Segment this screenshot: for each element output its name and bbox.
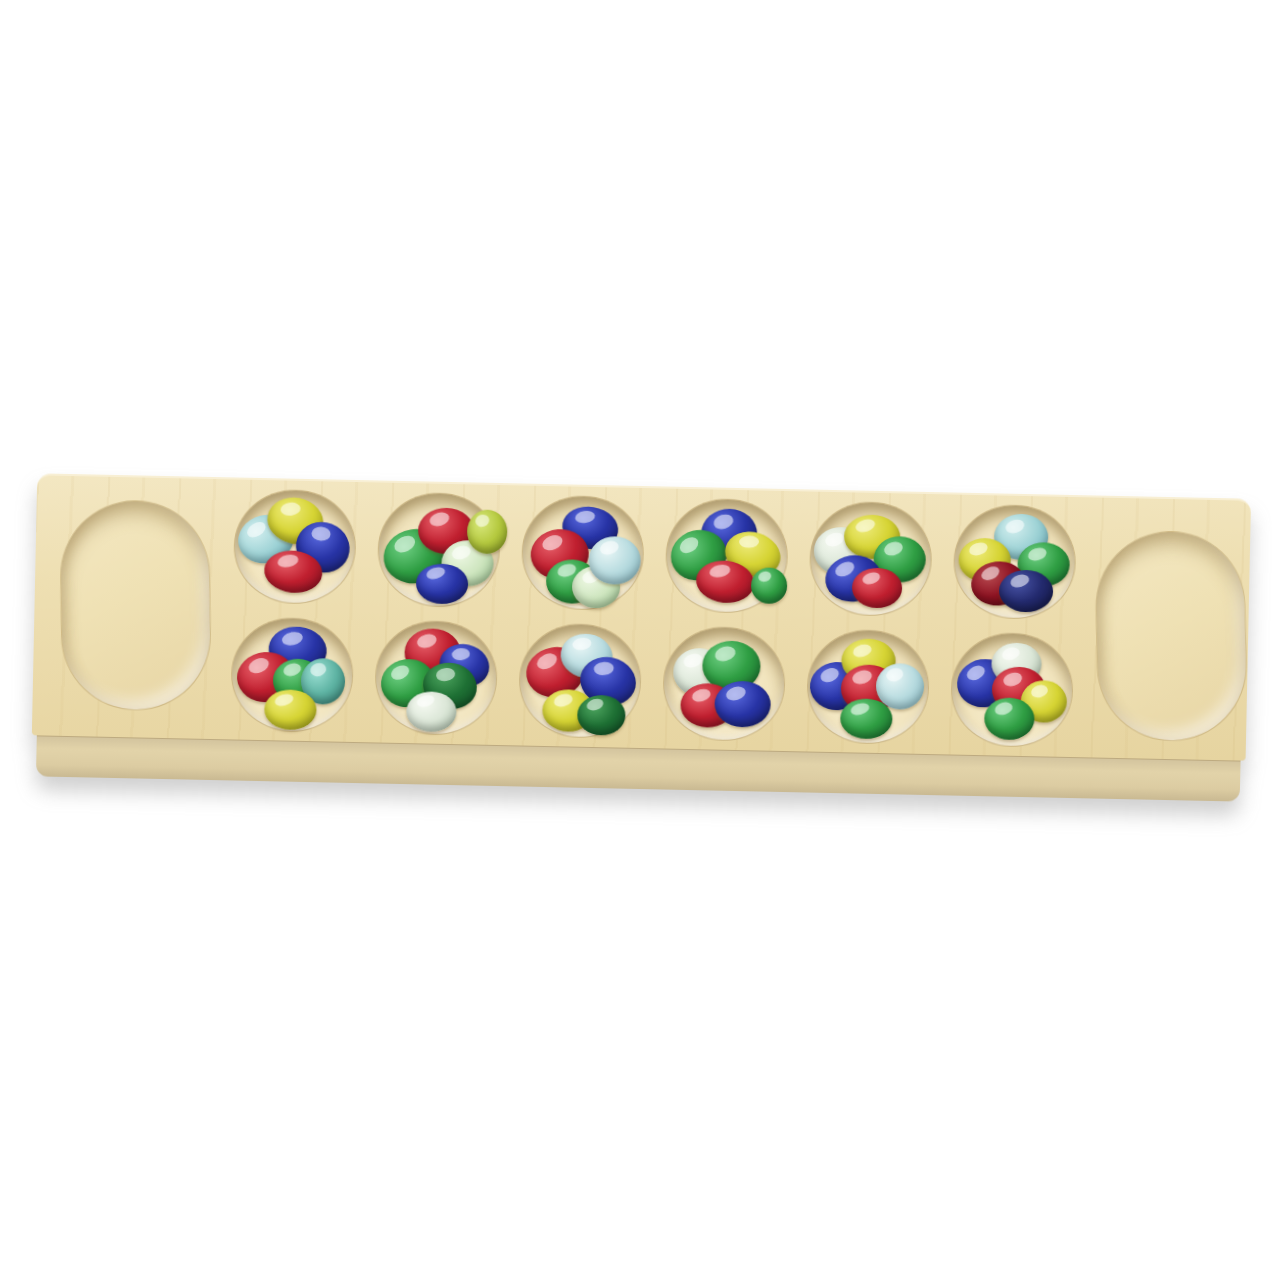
pit-bottom-6[interactable] <box>950 632 1074 749</box>
store-right <box>1094 529 1249 742</box>
pit-top-6[interactable] <box>952 504 1076 621</box>
stone-yellow <box>264 689 317 730</box>
stone-green <box>840 699 893 740</box>
stone-blue <box>415 563 468 604</box>
pit-bottom-4[interactable] <box>662 625 786 742</box>
pit-top-3[interactable] <box>521 494 645 611</box>
stone-green <box>984 697 1035 740</box>
board-top-surface <box>32 473 1251 760</box>
stone-navy <box>999 570 1054 613</box>
product-photo <box>0 0 1280 1280</box>
stone-darkgreen <box>577 694 626 735</box>
stone-green <box>751 567 788 604</box>
pit-bottom-5[interactable] <box>806 629 930 746</box>
mancala-board <box>31 473 1251 801</box>
pit-bottom-2[interactable] <box>374 619 498 736</box>
stone-clear <box>406 691 457 732</box>
pit-grid <box>230 479 1077 757</box>
stone-blue <box>714 681 771 728</box>
stone-lightblue <box>589 536 642 585</box>
pit-top-1[interactable] <box>233 488 357 605</box>
stone-yellowgreen <box>467 509 508 554</box>
pit-bottom-3[interactable] <box>518 622 642 739</box>
store-left <box>59 499 212 711</box>
pit-bottom-1[interactable] <box>230 616 354 733</box>
pit-top-4[interactable] <box>665 498 789 615</box>
pit-top-2[interactable] <box>377 491 501 608</box>
stone-lightblue <box>876 663 925 710</box>
pit-top-5[interactable] <box>809 501 933 618</box>
stone-red <box>852 568 903 609</box>
